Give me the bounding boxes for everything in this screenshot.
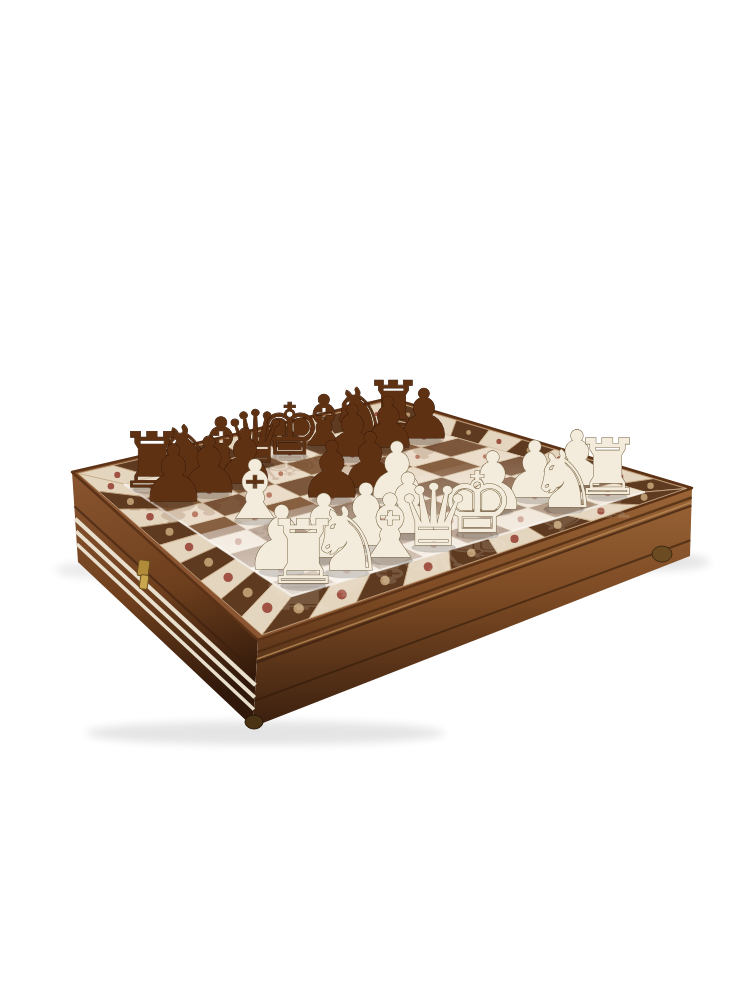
brass-foot-near <box>245 715 263 729</box>
piece-white-rook-a1: ♜♜ <box>264 501 343 618</box>
border-tile-rosette <box>185 543 193 551</box>
border-tile-rosette <box>223 573 232 582</box>
border-tile-rosette <box>204 558 213 567</box>
border-tile-rosette <box>108 483 115 490</box>
brass-foot-right <box>652 546 672 562</box>
piece-glyph: ♞ <box>529 433 600 526</box>
piece-black-pawn-a7: ♟♟ <box>138 428 208 532</box>
chess-set: Wooden inlaid chess box set with glass t… <box>0 0 749 1000</box>
border-tile-rosette <box>647 483 654 490</box>
piece-glyph: ♟ <box>138 428 208 519</box>
piece-glyph: ♜ <box>264 501 343 604</box>
product-photo: Wooden inlaid chess box set with glass t… <box>0 0 749 1000</box>
piece-white-knight-g1: ♞♞ <box>529 433 600 538</box>
